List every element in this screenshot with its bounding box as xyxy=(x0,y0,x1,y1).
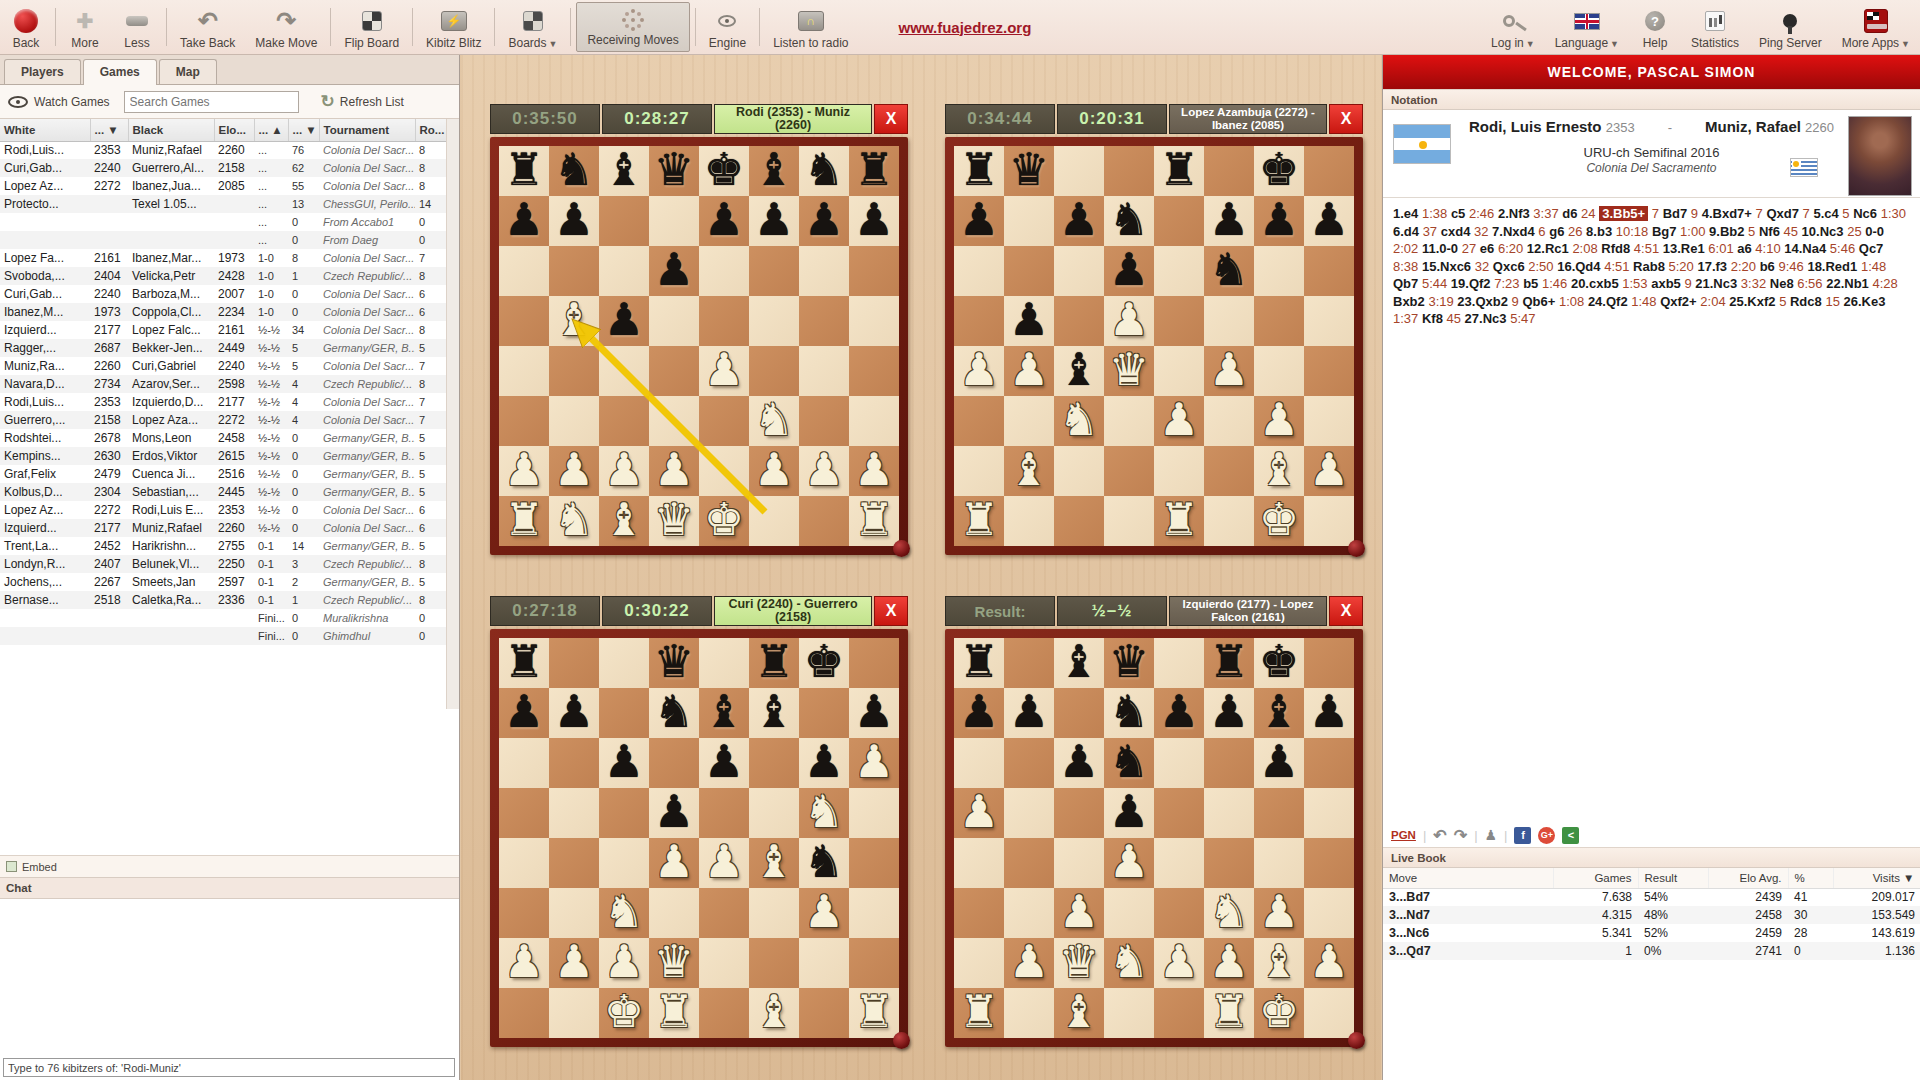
square-b3[interactable] xyxy=(1004,888,1054,938)
game-row[interactable]: Muniz,Ra...2260Curi,Gabriel2240½-½5Colon… xyxy=(0,357,447,375)
square-g2[interactable] xyxy=(799,938,849,988)
square-g1[interactable] xyxy=(799,988,849,1038)
move[interactable]: Bxb2 xyxy=(1393,294,1425,309)
square-d4[interactable]: ♛ xyxy=(1104,346,1154,396)
square-g7[interactable]: ♟ xyxy=(799,196,849,246)
livebook-col-3[interactable]: Elo Avg. xyxy=(1708,868,1788,888)
pgn-link[interactable]: PGN xyxy=(1391,829,1416,841)
move[interactable]: 0-0 xyxy=(1865,224,1884,239)
square-e3[interactable] xyxy=(699,888,749,938)
move[interactable]: 16.Qd4 xyxy=(1557,259,1600,274)
square-f2[interactable]: ♟ xyxy=(1204,938,1254,988)
square-c4[interactable] xyxy=(1054,838,1104,888)
square-h4[interactable] xyxy=(849,346,899,396)
square-a4[interactable] xyxy=(954,838,1004,888)
close-board-button[interactable]: X xyxy=(874,596,908,626)
square-h4[interactable] xyxy=(849,838,899,888)
square-c5[interactable] xyxy=(1054,788,1104,838)
toolbar-take-back-button[interactable]: Take Back xyxy=(170,0,245,54)
toolbar-more-button[interactable]: More xyxy=(59,0,111,54)
square-b1[interactable] xyxy=(549,988,599,1038)
square-d5[interactable]: ♟ xyxy=(649,788,699,838)
square-b8[interactable]: ♛ xyxy=(1004,146,1054,196)
square-f5[interactable] xyxy=(1204,296,1254,346)
tab-map[interactable]: Map xyxy=(159,59,217,84)
game-row[interactable]: Trent,La...2452Harikrishn...27550-114Ger… xyxy=(0,537,447,555)
move[interactable]: Qxd7 xyxy=(1766,206,1799,221)
square-c2[interactable] xyxy=(1054,446,1104,496)
square-e5[interactable] xyxy=(699,296,749,346)
square-e5[interactable] xyxy=(1154,296,1204,346)
square-b7[interactable] xyxy=(1004,196,1054,246)
games-col-0[interactable]: White xyxy=(0,119,90,141)
toolbar-language-button[interactable]: Language▼ xyxy=(1545,0,1629,54)
square-h5[interactable] xyxy=(1304,788,1354,838)
square-g6[interactable] xyxy=(1254,246,1304,296)
square-d4[interactable]: ♟ xyxy=(1104,838,1154,888)
game-row[interactable]: Kempins...2630Erdos,Viktor2615½-½0German… xyxy=(0,447,447,465)
move[interactable]: 2.Nf3 xyxy=(1498,206,1530,221)
square-d6[interactable]: ♞ xyxy=(1104,738,1154,788)
move[interactable]: 23.Qxb2 xyxy=(1457,294,1508,309)
square-b4[interactable] xyxy=(549,838,599,888)
square-h6[interactable] xyxy=(1304,738,1354,788)
game-row[interactable]: Navara,D...2734Azarov,Ser...2598½-½4Czec… xyxy=(0,375,447,393)
square-d1[interactable]: ♛ xyxy=(649,496,699,546)
square-e1[interactable] xyxy=(699,988,749,1038)
square-h1[interactable] xyxy=(1304,988,1354,1038)
square-b2[interactable]: ♝ xyxy=(1004,446,1054,496)
close-board-button[interactable]: X xyxy=(874,104,908,134)
square-a7[interactable]: ♟ xyxy=(954,688,1004,738)
square-f3[interactable]: ♞ xyxy=(1204,888,1254,938)
move[interactable]: Rfd8 xyxy=(1601,241,1630,256)
square-b3[interactable] xyxy=(549,396,599,446)
move[interactable]: 5.c4 xyxy=(1813,206,1838,221)
square-h4[interactable] xyxy=(1304,346,1354,396)
square-g8[interactable]: ♚ xyxy=(1254,638,1304,688)
square-a5[interactable] xyxy=(499,788,549,838)
square-c4[interactable]: ♝ xyxy=(1054,346,1104,396)
square-d8[interactable] xyxy=(1104,146,1154,196)
square-c2[interactable]: ♟ xyxy=(599,446,649,496)
square-g4[interactable] xyxy=(1254,838,1304,888)
square-e4[interactable] xyxy=(1154,346,1204,396)
square-g6[interactable] xyxy=(799,246,849,296)
square-d6[interactable]: ♟ xyxy=(1104,246,1154,296)
square-d7[interactable]: ♞ xyxy=(649,688,699,738)
game-row[interactable]: Svoboda,...2404Velicka,Petr24281-01Czech… xyxy=(0,267,447,285)
square-c7[interactable] xyxy=(599,688,649,738)
square-c8[interactable]: ♝ xyxy=(599,146,649,196)
move[interactable]: 18.Red1 xyxy=(1807,259,1857,274)
square-g8[interactable]: ♞ xyxy=(799,146,849,196)
square-c6[interactable] xyxy=(1054,246,1104,296)
game-row[interactable]: Jochens,...2267Smeets,Jan25970-12Germany… xyxy=(0,573,447,591)
square-f1[interactable]: ♜ xyxy=(1204,988,1254,1038)
game-row[interactable]: Izquierd...2177Muniz,Rafael2260½-½0Colon… xyxy=(0,519,447,537)
square-g5[interactable] xyxy=(1254,296,1304,346)
square-e8[interactable] xyxy=(699,638,749,688)
move[interactable]: Kf8 xyxy=(1422,311,1443,326)
square-e2[interactable] xyxy=(1154,446,1204,496)
square-c8[interactable] xyxy=(599,638,649,688)
games-col-7[interactable]: Ro... xyxy=(415,119,447,141)
square-d1[interactable] xyxy=(1104,988,1154,1038)
square-h2[interactable]: ♟ xyxy=(1304,446,1354,496)
square-d6[interactable]: ♟ xyxy=(649,246,699,296)
square-b6[interactable] xyxy=(1004,738,1054,788)
move[interactable]: 4.Bxd7+ xyxy=(1702,206,1752,221)
undo-move-icon[interactable]: ↶ xyxy=(1433,826,1446,845)
livebook-row[interactable]: 3...Nd74.31548%245830153.549 xyxy=(1383,906,1920,924)
square-c5[interactable] xyxy=(599,788,649,838)
games-col-5[interactable]: ... ▼ xyxy=(288,119,319,141)
move[interactable]: 20.cxb5 xyxy=(1571,276,1619,291)
move[interactable]: Nf6 xyxy=(1759,224,1780,239)
square-a2[interactable]: ♟ xyxy=(499,938,549,988)
move[interactable]: 24.Qf2 xyxy=(1588,294,1628,309)
tab-games[interactable]: Games xyxy=(83,59,157,85)
square-g2[interactable]: ♝ xyxy=(1254,446,1304,496)
square-f2[interactable] xyxy=(749,938,799,988)
square-b1[interactable] xyxy=(1004,988,1054,1038)
games-table-header[interactable]: White... ▼BlackElo...... ▲... ▼Tournamen… xyxy=(0,119,447,141)
square-h5[interactable] xyxy=(849,296,899,346)
move[interactable]: 10.Nc3 xyxy=(1802,224,1844,239)
toolbar-make-move-button[interactable]: Make Move xyxy=(245,0,327,54)
square-e5[interactable] xyxy=(699,788,749,838)
square-g8[interactable]: ♚ xyxy=(799,638,849,688)
square-d7[interactable] xyxy=(649,196,699,246)
square-g7[interactable]: ♟ xyxy=(1254,196,1304,246)
square-f5[interactable] xyxy=(749,296,799,346)
square-g4[interactable] xyxy=(1254,346,1304,396)
square-h8[interactable] xyxy=(849,638,899,688)
square-f8[interactable]: ♝ xyxy=(749,146,799,196)
square-e6[interactable] xyxy=(1154,246,1204,296)
square-h6[interactable] xyxy=(849,246,899,296)
move[interactable]: b6 xyxy=(1760,259,1775,274)
square-a8[interactable]: ♜ xyxy=(499,638,549,688)
square-c1[interactable]: ♝ xyxy=(1054,988,1104,1038)
facebook-icon[interactable]: f xyxy=(1514,827,1531,844)
square-c3[interactable]: ♞ xyxy=(599,888,649,938)
toolbar-listen-to-radio-button[interactable]: ∩Listen to radio xyxy=(763,0,858,54)
square-a5[interactable]: ♟ xyxy=(954,788,1004,838)
move[interactable]: 8.b3 xyxy=(1586,224,1612,239)
square-a1[interactable]: ♜ xyxy=(954,988,1004,1038)
search-games-input[interactable] xyxy=(124,91,299,113)
move[interactable]: Qc7 xyxy=(1859,241,1884,256)
square-f5[interactable] xyxy=(749,788,799,838)
square-b2[interactable]: ♟ xyxy=(1004,938,1054,988)
games-col-2[interactable]: Black xyxy=(128,119,214,141)
square-d2[interactable]: ♟ xyxy=(649,446,699,496)
square-e7[interactable] xyxy=(1154,196,1204,246)
square-d2[interactable] xyxy=(1104,446,1154,496)
square-f4[interactable]: ♟ xyxy=(1204,346,1254,396)
square-a6[interactable] xyxy=(954,738,1004,788)
game-row[interactable]: Ibanez,M...1973Coppola,Cl...22341-00Colo… xyxy=(0,303,447,321)
square-f7[interactable]: ♝ xyxy=(749,688,799,738)
square-h5[interactable] xyxy=(849,788,899,838)
square-f4[interactable] xyxy=(749,346,799,396)
engine-pawn-icon[interactable]: ♟ xyxy=(1485,827,1498,843)
square-h3[interactable] xyxy=(849,888,899,938)
move[interactable]: 15.Nxc6 xyxy=(1422,259,1471,274)
move[interactable]: d6 xyxy=(1562,206,1577,221)
square-h6[interactable] xyxy=(1304,246,1354,296)
square-a4[interactable] xyxy=(499,346,549,396)
livebook-col-5[interactable]: Visits ▼ xyxy=(1833,868,1920,888)
toolbar-less-button[interactable]: Less xyxy=(111,0,163,54)
toolbar-receiving-moves-button[interactable]: Receiving Moves xyxy=(576,2,689,52)
games-col-4[interactable]: ... ▲ xyxy=(254,119,288,141)
square-d6[interactable] xyxy=(649,738,699,788)
square-f6[interactable]: ♞ xyxy=(1204,246,1254,296)
move[interactable]: 7.Nxd4 xyxy=(1492,224,1535,239)
game-row[interactable]: Rodi,Luis...2353Muniz,Rafael2260...76Col… xyxy=(0,141,447,159)
move[interactable]: cxd4 xyxy=(1441,224,1471,239)
square-h8[interactable] xyxy=(1304,638,1354,688)
fuajedrez-link[interactable]: www.fuajedrez.org xyxy=(899,19,1032,36)
square-e8[interactable] xyxy=(1154,638,1204,688)
square-f4[interactable] xyxy=(1204,838,1254,888)
square-h7[interactable]: ♟ xyxy=(849,688,899,738)
close-board-button[interactable]: X xyxy=(1329,104,1363,134)
move[interactable]: 12.Rc1 xyxy=(1527,241,1569,256)
square-b1[interactable] xyxy=(1004,496,1054,546)
move[interactable]: 13.Re1 xyxy=(1663,241,1705,256)
square-f8[interactable]: ♜ xyxy=(1204,638,1254,688)
square-c6[interactable]: ♟ xyxy=(1054,738,1104,788)
square-d3[interactable] xyxy=(1104,396,1154,446)
move[interactable]: Rab8 xyxy=(1633,259,1665,274)
square-d8[interactable]: ♛ xyxy=(649,146,699,196)
redo-move-icon[interactable]: ↷ xyxy=(1454,826,1467,845)
square-f8[interactable] xyxy=(1204,146,1254,196)
game-row[interactable]: Curi,Gab...2240Barboza,M...20071-00Colon… xyxy=(0,285,447,303)
square-g6[interactable]: ♟ xyxy=(1254,738,1304,788)
move[interactable]: b5 xyxy=(1523,276,1538,291)
game-row[interactable]: Kolbus,D...2304Sebastian,...2445½-½0Germ… xyxy=(0,483,447,501)
square-c8[interactable]: ♝ xyxy=(1054,638,1104,688)
square-e2[interactable]: ♟ xyxy=(1154,938,1204,988)
game-row[interactable]: Lopez Az...2272Rodi,Luis E...2353½-½0Col… xyxy=(0,501,447,519)
square-e6[interactable] xyxy=(1154,738,1204,788)
square-h5[interactable] xyxy=(1304,296,1354,346)
square-c6[interactable]: ♟ xyxy=(599,738,649,788)
square-h3[interactable] xyxy=(849,396,899,446)
move[interactable]: 6.d4 xyxy=(1393,224,1419,239)
square-e1[interactable]: ♜ xyxy=(1154,496,1204,546)
square-c4[interactable] xyxy=(599,346,649,396)
tab-players[interactable]: Players xyxy=(4,59,81,84)
square-g3[interactable]: ♟ xyxy=(1254,888,1304,938)
square-h3[interactable] xyxy=(1304,888,1354,938)
square-b6[interactable] xyxy=(1004,246,1054,296)
move[interactable]: 9.Bb2 xyxy=(1709,224,1744,239)
square-c7[interactable] xyxy=(599,196,649,246)
game-row[interactable]: Izquierd...2177Lopez Falc...2161½-½34Col… xyxy=(0,321,447,339)
square-c8[interactable] xyxy=(1054,146,1104,196)
square-d1[interactable]: ♜ xyxy=(649,988,699,1038)
move[interactable]: Bd7 xyxy=(1663,206,1688,221)
square-a5[interactable] xyxy=(499,296,549,346)
toolbar-engine-button[interactable]: Engine xyxy=(699,0,756,54)
watch-games-label[interactable]: Watch Games xyxy=(34,95,110,109)
square-h6[interactable]: ♟ xyxy=(849,738,899,788)
square-g1[interactable]: ♚ xyxy=(1254,988,1304,1038)
square-f6[interactable] xyxy=(749,738,799,788)
square-d4[interactable]: ♟ xyxy=(649,838,699,888)
square-b3[interactable] xyxy=(1004,396,1054,446)
toolbar-help-button[interactable]: ?Help xyxy=(1629,0,1681,54)
square-g5[interactable]: ♞ xyxy=(799,788,849,838)
toolbar-ping-server-button[interactable]: Ping Server xyxy=(1749,0,1832,54)
square-b4[interactable] xyxy=(549,346,599,396)
square-h7[interactable]: ♟ xyxy=(849,196,899,246)
square-b5[interactable] xyxy=(1004,788,1054,838)
square-c6[interactable] xyxy=(599,246,649,296)
toolbar-statistics-button[interactable]: Statistics xyxy=(1681,0,1749,54)
square-f7[interactable]: ♟ xyxy=(1204,196,1254,246)
square-c1[interactable]: ♚ xyxy=(599,988,649,1038)
move[interactable]: 27.Nc3 xyxy=(1465,311,1507,326)
square-h8[interactable]: ♜ xyxy=(849,146,899,196)
move[interactable]: Qb6+ xyxy=(1522,294,1555,309)
square-f6[interactable] xyxy=(1204,738,1254,788)
square-g1[interactable] xyxy=(799,496,849,546)
move[interactable]: c5 xyxy=(1451,206,1465,221)
square-a3[interactable] xyxy=(954,396,1004,446)
square-g8[interactable]: ♚ xyxy=(1254,146,1304,196)
square-c2[interactable]: ♟ xyxy=(599,938,649,988)
move[interactable]: axb5 xyxy=(1651,276,1681,291)
square-h2[interactable] xyxy=(849,938,899,988)
square-h1[interactable] xyxy=(1304,496,1354,546)
square-a3[interactable] xyxy=(499,888,549,938)
square-e7[interactable]: ♟ xyxy=(699,196,749,246)
toolbar-boards-button[interactable]: Boards▼ xyxy=(498,0,567,54)
square-a4[interactable] xyxy=(499,838,549,888)
move[interactable]: a6 xyxy=(1737,241,1751,256)
square-h2[interactable]: ♟ xyxy=(1304,938,1354,988)
square-d8[interactable]: ♛ xyxy=(649,638,699,688)
refresh-list-button[interactable]: Refresh List xyxy=(340,95,404,109)
game-row[interactable]: Rodi,Luis...2353Izquierdo,D...2177½-½4Co… xyxy=(0,393,447,411)
square-g1[interactable]: ♚ xyxy=(1254,496,1304,546)
square-e5[interactable] xyxy=(1154,788,1204,838)
livebook-col-0[interactable]: Move xyxy=(1383,868,1553,888)
square-e7[interactable]: ♟ xyxy=(1154,688,1204,738)
square-b1[interactable]: ♞ xyxy=(549,496,599,546)
square-c3[interactable]: ♟ xyxy=(1054,888,1104,938)
square-e3[interactable] xyxy=(699,396,749,446)
square-f6[interactable] xyxy=(749,246,799,296)
games-col-3[interactable]: Elo... xyxy=(214,119,254,141)
square-f3[interactable] xyxy=(1204,396,1254,446)
square-f2[interactable] xyxy=(1204,446,1254,496)
toolbar-flip-board-button[interactable]: Flip Board xyxy=(334,0,409,54)
square-d5[interactable]: ♟ xyxy=(1104,788,1154,838)
square-b7[interactable]: ♟ xyxy=(1004,688,1054,738)
livebook-row[interactable]: 3...Nc65.34152%245928143.619 xyxy=(1383,924,1920,942)
toolbar-back-button[interactable]: Back xyxy=(0,0,52,54)
game-row[interactable]: Londyn,R...2407Belunek,Vl...22500-13Czec… xyxy=(0,555,447,573)
square-g3[interactable] xyxy=(799,396,849,446)
toolbar-log-in-button[interactable]: Log in▼ xyxy=(1481,0,1545,54)
square-c3[interactable] xyxy=(599,396,649,446)
games-col-6[interactable]: Tournament xyxy=(319,119,415,141)
googleplus-icon[interactable]: G+ xyxy=(1538,827,1555,844)
move[interactable]: 1.e4 xyxy=(1393,206,1418,221)
square-h1[interactable]: ♜ xyxy=(849,988,899,1038)
game-row[interactable]: Guerrero,...2158Lopez Aza...2272½-½4Colo… xyxy=(0,411,447,429)
square-g2[interactable]: ♝ xyxy=(1254,938,1304,988)
square-d5[interactable]: ♟ xyxy=(1104,296,1154,346)
square-g3[interactable]: ♟ xyxy=(799,888,849,938)
square-b2[interactable]: ♟ xyxy=(549,938,599,988)
square-d4[interactable] xyxy=(649,346,699,396)
square-a5[interactable] xyxy=(954,296,1004,346)
move[interactable]: 25.Kxf2 xyxy=(1729,294,1775,309)
square-b8[interactable] xyxy=(1004,638,1054,688)
square-b3[interactable] xyxy=(549,888,599,938)
close-board-button[interactable]: X xyxy=(1329,596,1363,626)
move[interactable]: 21.Nc3 xyxy=(1695,276,1737,291)
square-h3[interactable] xyxy=(1304,396,1354,446)
game-row[interactable]: Bernase...2518Caletka,Ra...23360-11Czech… xyxy=(0,591,447,609)
game-row[interactable]: Lopez Az...2272Ibanez,Jua...2085...55Col… xyxy=(0,177,447,195)
game-row[interactable]: Ragger,...2687Bekker-Jen...2449½-½5Germa… xyxy=(0,339,447,357)
square-e4[interactable] xyxy=(1154,838,1204,888)
square-a6[interactable] xyxy=(954,246,1004,296)
game-row[interactable]: Graf,Felix2479Cuenca Ji...2516½-½0German… xyxy=(0,465,447,483)
square-h7[interactable]: ♟ xyxy=(1304,196,1354,246)
move[interactable]: Qxf2+ xyxy=(1660,294,1697,309)
square-a1[interactable]: ♜ xyxy=(499,496,549,546)
square-c1[interactable]: ♝ xyxy=(599,496,649,546)
square-f2[interactable]: ♟ xyxy=(749,446,799,496)
move[interactable]: 17.f3 xyxy=(1697,259,1727,274)
move[interactable]: Qb7 xyxy=(1393,276,1418,291)
move[interactable]: 19.Qf2 xyxy=(1451,276,1491,291)
square-g5[interactable] xyxy=(799,296,849,346)
square-b8[interactable] xyxy=(549,638,599,688)
move[interactable]: 11.0-0 xyxy=(1422,241,1458,256)
square-f1[interactable] xyxy=(749,496,799,546)
square-d5[interactable] xyxy=(649,296,699,346)
square-e4[interactable]: ♟ xyxy=(699,838,749,888)
square-d8[interactable]: ♛ xyxy=(1104,638,1154,688)
square-a6[interactable] xyxy=(499,246,549,296)
move[interactable]: Nc6 xyxy=(1853,206,1877,221)
square-e7[interactable]: ♝ xyxy=(699,688,749,738)
square-c5[interactable] xyxy=(1054,296,1104,346)
square-h7[interactable]: ♟ xyxy=(1304,688,1354,738)
move[interactable]: Qxc6 xyxy=(1493,259,1525,274)
game-row[interactable]: Protecto...Texel 1.05......13ChessGUI, P… xyxy=(0,195,447,213)
square-c4[interactable] xyxy=(599,838,649,888)
square-c2[interactable]: ♛ xyxy=(1054,938,1104,988)
move[interactable]: Rdc8 xyxy=(1790,294,1822,309)
move[interactable]: 14.Na4 xyxy=(1784,241,1826,256)
square-a1[interactable] xyxy=(499,988,549,1038)
square-e2[interactable] xyxy=(699,446,749,496)
square-h4[interactable] xyxy=(1304,838,1354,888)
